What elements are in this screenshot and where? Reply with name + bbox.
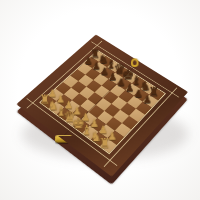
scene: ♜♞♝♛♚♝♞♜♟♟♟♟♟♟♟♟♟♟♟♟♟♟♟♟♜♞♝♛♚♝♞♜ [0, 0, 200, 200]
product-photo: ♜♞♝♛♚♝♞♜♟♟♟♟♟♟♟♟♟♟♟♟♟♟♟♟♜♞♝♛♚♝♞♜ [0, 0, 200, 200]
piece-black-pawn[interactable]: ♟ [140, 94, 154, 104]
piece-white-rook[interactable]: ♜ [97, 137, 112, 150]
board-tilt-wrapper: ♜♞♝♛♚♝♞♜♟♟♟♟♟♟♟♟♟♟♟♟♟♟♟♟♜♞♝♛♚♝♞♜ [16, 34, 188, 176]
chess-board: ♜♞♝♛♚♝♞♜♟♟♟♟♟♟♟♟♟♟♟♟♟♟♟♟♜♞♝♛♚♝♞♜ [16, 34, 188, 176]
